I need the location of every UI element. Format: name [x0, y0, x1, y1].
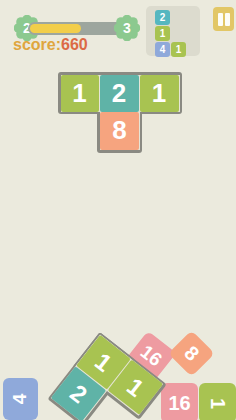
pile-tile-1: 1 [199, 383, 236, 420]
score-value: 660 [61, 36, 88, 53]
score-display: score:660 [13, 36, 88, 54]
tile-glyph: 1 [206, 397, 229, 408]
pause-icon [225, 13, 230, 26]
level-progress-track [28, 22, 128, 35]
game-screen: { "game": "2048-style drop-and-merge num… [0, 0, 236, 420]
level-badge-next: 3 [114, 15, 140, 41]
preview-tile-1b: 1 [171, 42, 186, 57]
level-progress-fill [30, 24, 81, 33]
preview-tile-4: 4 [155, 42, 170, 57]
preview-tile-1: 1 [155, 26, 170, 41]
score-label: score: [13, 36, 61, 53]
tile-1: 1 [61, 75, 99, 112]
pause-icon [218, 13, 223, 26]
preview-tile-2: 2 [155, 10, 170, 25]
pause-button[interactable] [213, 7, 234, 31]
pile-tile-16: 16 [161, 383, 198, 420]
tile-8: 8 [100, 112, 139, 150]
falling-t-piece[interactable]: 1 2 1 8 [58, 72, 182, 153]
tile-2: 2 [100, 75, 139, 112]
level-next-number: 3 [114, 15, 140, 41]
tile-1: 1 [140, 75, 179, 112]
pile-tile-4: 4 [3, 378, 38, 420]
next-piece-panel: 2 1 4 1 [146, 6, 200, 56]
pile-tile-8-rotated: 8 [168, 330, 215, 377]
tile-glyph: 4 [9, 394, 31, 405]
